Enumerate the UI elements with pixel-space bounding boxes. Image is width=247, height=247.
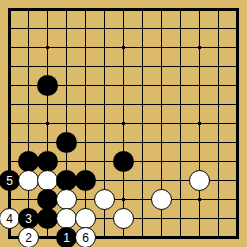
move-number-label: 6 xyxy=(82,232,89,244)
white-stone xyxy=(56,189,77,210)
black-stone xyxy=(56,170,77,191)
move-number-label: 4 xyxy=(6,213,13,225)
black-stone xyxy=(37,208,58,229)
black-stone xyxy=(18,151,39,172)
go-diagram-screenshot: 543216 xyxy=(0,0,247,247)
black-stone: 5 xyxy=(0,170,20,191)
white-stone xyxy=(113,208,134,229)
white-stone: 6 xyxy=(75,227,96,247)
white-stone xyxy=(56,208,77,229)
black-stone xyxy=(37,75,58,96)
black-stone xyxy=(37,189,58,210)
white-stone xyxy=(37,170,58,191)
white-stone xyxy=(189,170,210,191)
black-stone xyxy=(113,151,134,172)
black-stone xyxy=(75,170,96,191)
black-stone xyxy=(37,151,58,172)
black-stone: 1 xyxy=(56,227,77,247)
black-stone: 3 xyxy=(18,208,39,229)
move-number-label: 1 xyxy=(63,232,70,244)
white-stone xyxy=(18,170,39,191)
white-stone xyxy=(94,189,115,210)
move-number-label: 2 xyxy=(25,232,32,244)
white-stone xyxy=(75,208,96,229)
black-stone xyxy=(56,132,77,153)
white-stone: 2 xyxy=(18,227,39,247)
move-number-label: 5 xyxy=(6,175,13,187)
move-number-label: 3 xyxy=(25,213,32,225)
white-stone xyxy=(151,189,172,210)
go-board[interactable]: 543216 xyxy=(0,0,247,247)
white-stone: 4 xyxy=(0,208,20,229)
